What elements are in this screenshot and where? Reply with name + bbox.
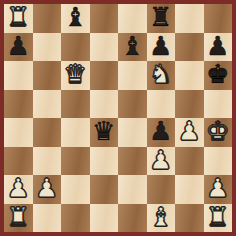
square-e5[interactable]	[118, 90, 147, 119]
square-e6[interactable]	[118, 61, 147, 90]
square-d8[interactable]	[90, 4, 119, 33]
black-bishop[interactable]: ♝	[121, 33, 144, 59]
square-d5[interactable]	[90, 90, 119, 119]
black-queen[interactable]: ♛	[92, 118, 115, 144]
square-a2[interactable]: ♟	[4, 175, 33, 204]
black-pawn[interactable]: ♟	[206, 33, 229, 59]
white-queen[interactable]: ♛	[64, 61, 87, 87]
square-b6[interactable]	[33, 61, 62, 90]
square-h5[interactable]	[204, 90, 233, 119]
square-a6[interactable]	[4, 61, 33, 90]
square-a1[interactable]: ♜	[4, 204, 33, 233]
square-e7[interactable]: ♝	[118, 33, 147, 62]
square-g7[interactable]	[175, 33, 204, 62]
square-d1[interactable]	[90, 204, 119, 233]
square-e2[interactable]	[118, 175, 147, 204]
square-c1[interactable]	[61, 204, 90, 233]
square-h8[interactable]	[204, 4, 233, 33]
square-h1[interactable]: ♜	[204, 204, 233, 233]
square-f8[interactable]: ♜	[147, 4, 176, 33]
square-h6[interactable]: ♚	[204, 61, 233, 90]
square-a3[interactable]	[4, 147, 33, 176]
square-a8[interactable]: ♜	[4, 4, 33, 33]
square-b1[interactable]	[33, 204, 62, 233]
white-rook[interactable]: ♜	[7, 204, 30, 230]
black-rook[interactable]: ♜	[149, 4, 172, 30]
square-g8[interactable]	[175, 4, 204, 33]
square-e4[interactable]	[118, 118, 147, 147]
square-c3[interactable]	[61, 147, 90, 176]
white-rook[interactable]: ♜	[206, 204, 229, 230]
square-c8[interactable]: ♝	[61, 4, 90, 33]
square-c7[interactable]	[61, 33, 90, 62]
square-f1[interactable]: ♝	[147, 204, 176, 233]
black-pawn[interactable]: ♟	[149, 118, 172, 144]
square-g1[interactable]	[175, 204, 204, 233]
white-bishop[interactable]: ♝	[149, 204, 172, 230]
square-e3[interactable]	[118, 147, 147, 176]
square-e1[interactable]	[118, 204, 147, 233]
square-d6[interactable]	[90, 61, 119, 90]
square-g5[interactable]	[175, 90, 204, 119]
square-b8[interactable]	[33, 4, 62, 33]
square-h3[interactable]	[204, 147, 233, 176]
white-pawn[interactable]: ♟	[149, 147, 172, 173]
square-c5[interactable]	[61, 90, 90, 119]
square-f3[interactable]: ♟	[147, 147, 176, 176]
square-d2[interactable]	[90, 175, 119, 204]
square-f6[interactable]: ♞	[147, 61, 176, 90]
square-a4[interactable]	[4, 118, 33, 147]
board-frame: ♜♝♜♟♝♟♟♛♞♚♛♟♟♚♟♟♟♟♜♝♜	[0, 0, 236, 236]
square-h7[interactable]: ♟	[204, 33, 233, 62]
white-pawn[interactable]: ♟	[35, 175, 58, 201]
square-f4[interactable]: ♟	[147, 118, 176, 147]
white-pawn[interactable]: ♟	[178, 118, 201, 144]
white-king[interactable]: ♚	[206, 118, 229, 144]
square-g4[interactable]: ♟	[175, 118, 204, 147]
square-d3[interactable]	[90, 147, 119, 176]
square-c6[interactable]: ♛	[61, 61, 90, 90]
square-b3[interactable]	[33, 147, 62, 176]
square-c2[interactable]	[61, 175, 90, 204]
square-b5[interactable]	[33, 90, 62, 119]
square-b2[interactable]: ♟	[33, 175, 62, 204]
square-b4[interactable]	[33, 118, 62, 147]
square-e8[interactable]	[118, 4, 147, 33]
square-f7[interactable]: ♟	[147, 33, 176, 62]
black-bishop[interactable]: ♝	[64, 4, 87, 30]
square-b7[interactable]	[33, 33, 62, 62]
square-d4[interactable]: ♛	[90, 118, 119, 147]
black-king[interactable]: ♚	[206, 61, 229, 87]
square-d7[interactable]	[90, 33, 119, 62]
square-h2[interactable]: ♟	[204, 175, 233, 204]
black-pawn[interactable]: ♟	[7, 33, 30, 59]
square-g6[interactable]	[175, 61, 204, 90]
white-knight[interactable]: ♞	[149, 61, 172, 87]
square-g3[interactable]	[175, 147, 204, 176]
white-pawn[interactable]: ♟	[7, 175, 30, 201]
chess-board: ♜♝♜♟♝♟♟♛♞♚♛♟♟♚♟♟♟♟♜♝♜	[4, 4, 232, 232]
square-f2[interactable]	[147, 175, 176, 204]
square-a5[interactable]	[4, 90, 33, 119]
square-g2[interactable]	[175, 175, 204, 204]
square-h4[interactable]: ♚	[204, 118, 233, 147]
white-rook[interactable]: ♜	[7, 4, 30, 30]
square-c4[interactable]	[61, 118, 90, 147]
square-f5[interactable]	[147, 90, 176, 119]
black-pawn[interactable]: ♟	[149, 33, 172, 59]
white-pawn[interactable]: ♟	[206, 175, 229, 201]
square-a7[interactable]: ♟	[4, 33, 33, 62]
